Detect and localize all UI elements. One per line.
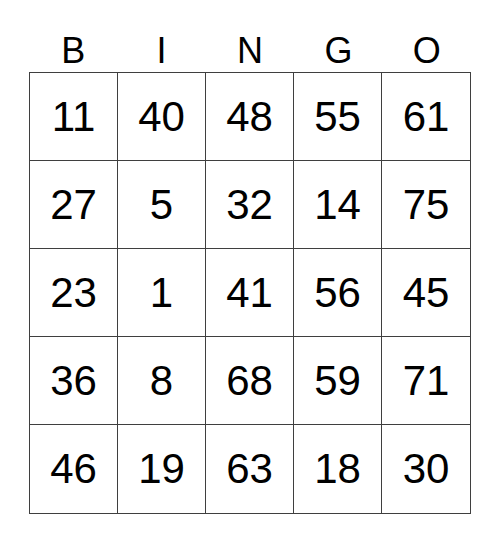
bingo-cell-r5c4[interactable]: 18 [294, 425, 382, 513]
header-letter-b: B [29, 33, 117, 72]
bingo-header-row: B I N G O [29, 0, 471, 72]
bingo-cell-r2c4[interactable]: 14 [294, 161, 382, 249]
bingo-cell-r2c2[interactable]: 5 [118, 161, 206, 249]
bingo-cell-r3c4[interactable]: 56 [294, 249, 382, 337]
bingo-cell-r1c5[interactable]: 61 [382, 73, 470, 161]
bingo-cell-r3c2[interactable]: 1 [118, 249, 206, 337]
bingo-cell-r1c3[interactable]: 48 [206, 73, 294, 161]
bingo-card: B I N G O 11 40 48 55 61 27 5 32 14 75 2… [0, 0, 500, 544]
bingo-cell-r5c1[interactable]: 46 [30, 425, 118, 513]
bingo-cell-r3c5[interactable]: 45 [382, 249, 470, 337]
bingo-cell-r3c1[interactable]: 23 [30, 249, 118, 337]
bingo-cell-r3c3[interactable]: 41 [206, 249, 294, 337]
bingo-cell-r4c1[interactable]: 36 [30, 337, 118, 425]
bingo-cell-r1c2[interactable]: 40 [118, 73, 206, 161]
header-letter-n: N [206, 33, 294, 72]
bingo-cell-r4c4[interactable]: 59 [294, 337, 382, 425]
bingo-cell-r4c3[interactable]: 68 [206, 337, 294, 425]
bingo-cell-r1c4[interactable]: 55 [294, 73, 382, 161]
card-body: B I N G O 11 40 48 55 61 27 5 32 14 75 2… [29, 0, 471, 514]
bingo-cell-r2c1[interactable]: 27 [30, 161, 118, 249]
bingo-cell-r4c2[interactable]: 8 [118, 337, 206, 425]
bingo-cell-r5c5[interactable]: 30 [382, 425, 470, 513]
header-letter-g: G [294, 33, 382, 72]
bingo-cell-r2c3[interactable]: 32 [206, 161, 294, 249]
header-letter-o: O [383, 33, 471, 72]
bingo-cell-r2c5[interactable]: 75 [382, 161, 470, 249]
bingo-grid: 11 40 48 55 61 27 5 32 14 75 23 1 41 56 … [29, 72, 471, 514]
bingo-cell-r4c5[interactable]: 71 [382, 337, 470, 425]
bingo-cell-r5c3[interactable]: 63 [206, 425, 294, 513]
bingo-cell-r1c1[interactable]: 11 [30, 73, 118, 161]
header-letter-i: I [117, 33, 205, 72]
bingo-cell-r5c2[interactable]: 19 [118, 425, 206, 513]
